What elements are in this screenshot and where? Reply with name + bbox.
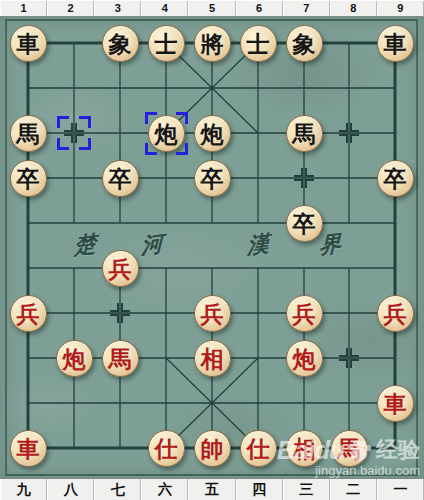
file-label-bottom: 一 <box>377 479 424 500</box>
piece-black-soldier[interactable]: 卒 <box>377 160 414 197</box>
piece-black-elephant[interactable]: 象 <box>286 25 323 62</box>
piece-label: 卒 <box>293 212 316 235</box>
piece-black-horse[interactable]: 馬 <box>10 115 47 152</box>
piece-label: 仕 <box>247 437 270 460</box>
piece-red-chariot[interactable]: 車 <box>10 430 47 467</box>
piece-black-soldier[interactable]: 卒 <box>10 160 47 197</box>
river-label: 漢 <box>247 229 269 262</box>
piece-label: 兵 <box>293 302 316 325</box>
file-label-top: 4 <box>141 1 188 16</box>
piece-label: 帥 <box>201 437 224 460</box>
point-marker <box>110 303 130 323</box>
piece-label: 士 <box>155 32 178 55</box>
point-marker <box>294 168 314 188</box>
point-marker <box>339 348 359 368</box>
piece-label: 卒 <box>109 167 132 190</box>
file-label-bottom: 八 <box>47 479 94 500</box>
piece-red-chariot[interactable]: 車 <box>377 385 414 422</box>
file-label-top: 1 <box>0 1 47 16</box>
page-root: 123456789 楚河漢界 車象士將士象車馬炮炮馬卒卒卒卒卒兵兵兵兵兵炮馬相炮… <box>0 0 424 500</box>
piece-red-cannon[interactable]: 炮 <box>286 340 323 377</box>
piece-label: 車 <box>17 32 40 55</box>
piece-label: 車 <box>384 392 407 415</box>
piece-label: 馬 <box>338 437 361 460</box>
piece-black-general[interactable]: 將 <box>194 25 231 62</box>
piece-label: 兵 <box>201 302 224 325</box>
file-label-top: 7 <box>283 1 330 16</box>
piece-red-horse[interactable]: 馬 <box>331 430 368 467</box>
piece-label: 車 <box>17 437 40 460</box>
file-label-bottom: 三 <box>283 479 330 500</box>
piece-label: 兵 <box>384 302 407 325</box>
piece-label: 車 <box>384 32 407 55</box>
piece-label: 兵 <box>109 257 132 280</box>
file-label-top: 2 <box>47 1 94 16</box>
file-label-top: 3 <box>94 1 141 16</box>
piece-black-cannon[interactable]: 炮 <box>194 115 231 152</box>
piece-black-elephant[interactable]: 象 <box>102 25 139 62</box>
piece-label: 炮 <box>63 347 86 370</box>
file-label-top: 6 <box>236 1 283 16</box>
piece-black-chariot[interactable]: 車 <box>377 25 414 62</box>
piece-label: 卒 <box>384 167 407 190</box>
piece-red-elephant[interactable]: 相 <box>194 340 231 377</box>
piece-red-soldier[interactable]: 兵 <box>102 250 139 287</box>
file-label-bottom: 四 <box>236 479 283 500</box>
piece-red-horse[interactable]: 馬 <box>102 340 139 377</box>
file-label-bottom: 五 <box>188 479 235 500</box>
piece-label: 相 <box>201 347 224 370</box>
piece-black-chariot[interactable]: 車 <box>10 25 47 62</box>
piece-black-soldier[interactable]: 卒 <box>102 160 139 197</box>
piece-label: 相 <box>293 437 316 460</box>
point-marker <box>339 123 359 143</box>
piece-label: 馬 <box>17 122 40 145</box>
last-move-to-marker <box>145 112 188 155</box>
file-labels-bottom: 九八七六五四三二一 <box>0 478 424 500</box>
last-move-from-marker <box>57 116 91 150</box>
file-label-bottom: 七 <box>94 479 141 500</box>
file-label-top: 9 <box>377 1 424 16</box>
river-label: 界 <box>319 229 341 262</box>
piece-red-elephant[interactable]: 相 <box>286 430 323 467</box>
river-label: 楚 <box>74 229 96 262</box>
piece-label: 士 <box>247 32 270 55</box>
piece-label: 仕 <box>155 437 178 460</box>
piece-label: 炮 <box>293 347 316 370</box>
piece-red-soldier[interactable]: 兵 <box>10 295 47 332</box>
piece-red-soldier[interactable]: 兵 <box>377 295 414 332</box>
piece-red-advisor[interactable]: 仕 <box>240 430 277 467</box>
river-label: 河 <box>141 229 163 262</box>
piece-label: 將 <box>201 32 224 55</box>
piece-label: 象 <box>293 32 316 55</box>
piece-red-general[interactable]: 帥 <box>194 430 231 467</box>
piece-black-advisor[interactable]: 士 <box>240 25 277 62</box>
xiangqi-board: 楚河漢界 車象士將士象車馬炮炮馬卒卒卒卒卒兵兵兵兵兵炮馬相炮車車仕帥仕相馬 Ba… <box>0 17 424 478</box>
piece-label: 馬 <box>293 122 316 145</box>
board-grid-icon <box>0 17 424 478</box>
piece-red-soldier[interactable]: 兵 <box>194 295 231 332</box>
file-label-bottom: 六 <box>141 479 188 500</box>
piece-black-soldier[interactable]: 卒 <box>286 205 323 242</box>
piece-black-soldier[interactable]: 卒 <box>194 160 231 197</box>
piece-label: 象 <box>109 32 132 55</box>
piece-black-advisor[interactable]: 士 <box>148 25 185 62</box>
piece-red-cannon[interactable]: 炮 <box>56 340 93 377</box>
piece-label: 馬 <box>109 347 132 370</box>
piece-red-soldier[interactable]: 兵 <box>286 295 323 332</box>
piece-label: 炮 <box>201 122 224 145</box>
piece-red-advisor[interactable]: 仕 <box>148 430 185 467</box>
file-label-bottom: 九 <box>0 479 47 500</box>
piece-label: 兵 <box>17 302 40 325</box>
file-label-top: 8 <box>330 1 377 16</box>
file-label-top: 5 <box>188 1 235 16</box>
file-labels-top: 123456789 <box>0 0 424 17</box>
piece-label: 卒 <box>17 167 40 190</box>
file-label-bottom: 二 <box>330 479 377 500</box>
piece-label: 卒 <box>201 167 224 190</box>
piece-black-horse[interactable]: 馬 <box>286 115 323 152</box>
